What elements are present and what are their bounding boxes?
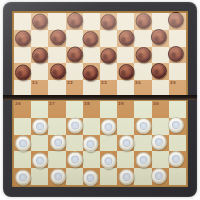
- white-man-piece[interactable]: [168, 151, 184, 167]
- square-3[interactable]: [100, 13, 117, 30]
- square-28[interactable]: 28: [83, 101, 100, 118]
- white-man-piece[interactable]: [83, 136, 99, 152]
- square-light: [48, 13, 65, 30]
- square-17[interactable]: [48, 63, 65, 80]
- square-light: [14, 47, 31, 64]
- dark-man-piece[interactable]: [100, 48, 116, 64]
- square-number-label: 25: [170, 80, 176, 85]
- square-44[interactable]: [134, 151, 151, 168]
- dark-man-piece[interactable]: [15, 31, 31, 47]
- square-light: [117, 13, 134, 30]
- dark-man-piece[interactable]: [118, 64, 134, 80]
- white-man-piece[interactable]: [100, 153, 116, 169]
- dark-man-piece[interactable]: [168, 12, 184, 28]
- white-man-piece[interactable]: [67, 118, 83, 134]
- square-light: [100, 168, 117, 185]
- square-light: [66, 168, 83, 185]
- white-man-piece[interactable]: [118, 135, 134, 151]
- white-man-piece[interactable]: [32, 119, 48, 135]
- square-45[interactable]: [169, 151, 186, 168]
- square-light: [48, 118, 65, 135]
- white-man-piece[interactable]: [50, 168, 66, 184]
- square-number-label: 26: [15, 101, 21, 106]
- dark-man-piece[interactable]: [32, 14, 48, 30]
- square-42[interactable]: [66, 151, 83, 168]
- square-47[interactable]: [48, 168, 65, 185]
- square-43[interactable]: [100, 151, 117, 168]
- white-man-piece[interactable]: [15, 135, 31, 151]
- square-light: [31, 30, 48, 47]
- square-light: [152, 47, 169, 64]
- square-light: [134, 101, 151, 118]
- white-man-piece[interactable]: [100, 119, 116, 135]
- dark-man-piece[interactable]: [83, 31, 99, 47]
- square-light: [134, 168, 151, 185]
- square-36[interactable]: [14, 135, 31, 152]
- square-30[interactable]: 30: [152, 101, 169, 118]
- square-light: [66, 135, 83, 152]
- square-light: [117, 118, 134, 135]
- square-15[interactable]: [169, 47, 186, 64]
- square-light: [83, 118, 100, 135]
- white-man-piece[interactable]: [15, 169, 31, 185]
- square-light: [117, 47, 134, 64]
- square-7[interactable]: [48, 30, 65, 47]
- square-50[interactable]: [152, 168, 169, 185]
- square-light: [14, 118, 31, 135]
- square-4[interactable]: [134, 13, 151, 30]
- square-number-label: 22: [67, 80, 73, 85]
- square-light: [14, 151, 31, 168]
- square-light: [100, 30, 117, 47]
- square-light: [66, 63, 83, 80]
- dark-man-piece[interactable]: [67, 46, 83, 62]
- square-light: [31, 101, 48, 118]
- dark-man-piece[interactable]: [168, 46, 184, 62]
- fold-hinge-icon: [3, 95, 197, 100]
- square-31[interactable]: [31, 118, 48, 135]
- square-1[interactable]: [31, 13, 48, 30]
- white-man-piece[interactable]: [151, 134, 167, 150]
- square-9[interactable]: [117, 30, 134, 47]
- square-26[interactable]: 26: [14, 101, 31, 118]
- board-bottom-half: 2627282930: [14, 101, 186, 185]
- dark-man-piece[interactable]: [136, 13, 152, 29]
- square-light: [83, 151, 100, 168]
- white-man-piece[interactable]: [67, 151, 83, 167]
- board-photo: 2122232425 2627282930: [0, 0, 200, 200]
- square-37[interactable]: [48, 135, 65, 152]
- white-man-piece[interactable]: [151, 168, 167, 184]
- square-38[interactable]: [83, 135, 100, 152]
- square-light: [152, 151, 169, 168]
- square-6[interactable]: [14, 30, 31, 47]
- square-light: [100, 101, 117, 118]
- square-light: [134, 30, 151, 47]
- square-14[interactable]: [134, 47, 151, 64]
- square-light: [83, 47, 100, 64]
- white-man-piece[interactable]: [83, 170, 99, 186]
- dark-man-piece[interactable]: [151, 29, 167, 45]
- square-light: [100, 135, 117, 152]
- dark-man-piece[interactable]: [100, 14, 116, 30]
- square-8[interactable]: [83, 30, 100, 47]
- white-man-piece[interactable]: [168, 117, 184, 133]
- square-27[interactable]: 27: [48, 101, 65, 118]
- dark-man-piece[interactable]: [50, 63, 66, 79]
- square-29[interactable]: 29: [117, 101, 134, 118]
- square-light: [134, 63, 151, 80]
- square-12[interactable]: [66, 47, 83, 64]
- square-light: [117, 151, 134, 168]
- square-light: [83, 13, 100, 30]
- square-number-label: 30: [153, 101, 159, 106]
- square-40[interactable]: [152, 135, 169, 152]
- square-46[interactable]: [14, 168, 31, 185]
- square-2[interactable]: [66, 13, 83, 30]
- square-19[interactable]: [117, 63, 134, 80]
- square-33[interactable]: [100, 118, 117, 135]
- square-light: [14, 13, 31, 30]
- square-number-label: 28: [84, 101, 90, 106]
- white-man-piece[interactable]: [136, 152, 152, 168]
- square-number-label: 29: [118, 101, 124, 106]
- dark-man-piece[interactable]: [151, 63, 167, 79]
- square-18[interactable]: [83, 63, 100, 80]
- square-16[interactable]: [14, 63, 31, 80]
- dark-man-piece[interactable]: [83, 65, 99, 81]
- square-light: [66, 101, 83, 118]
- square-number-label: 21: [32, 80, 38, 85]
- white-man-piece[interactable]: [50, 134, 66, 150]
- square-light: [169, 135, 186, 152]
- square-light: [100, 63, 117, 80]
- square-39[interactable]: [117, 135, 134, 152]
- white-man-piece[interactable]: [136, 118, 152, 134]
- square-5[interactable]: [169, 13, 186, 30]
- square-48[interactable]: [83, 168, 100, 185]
- square-10[interactable]: [152, 30, 169, 47]
- white-man-piece[interactable]: [118, 169, 134, 185]
- board-top-half: 2122232425: [14, 13, 186, 97]
- board-frame: 2122232425 2627282930: [3, 2, 197, 197]
- square-light: [169, 63, 186, 80]
- square-41[interactable]: [31, 151, 48, 168]
- square-13[interactable]: [100, 47, 117, 64]
- square-number-label: 27: [49, 101, 55, 106]
- square-light: [169, 30, 186, 47]
- square-20[interactable]: [152, 63, 169, 80]
- square-light: [48, 47, 65, 64]
- dark-man-piece[interactable]: [67, 13, 83, 29]
- dark-man-piece[interactable]: [50, 30, 66, 46]
- dark-man-piece[interactable]: [32, 47, 48, 63]
- dark-man-piece[interactable]: [118, 30, 134, 46]
- square-49[interactable]: [117, 168, 134, 185]
- square-light: [31, 135, 48, 152]
- square-light: [152, 13, 169, 30]
- square-11[interactable]: [31, 47, 48, 64]
- square-light: [152, 118, 169, 135]
- square-32[interactable]: [66, 118, 83, 135]
- square-light: [31, 168, 48, 185]
- square-light: [31, 63, 48, 80]
- dark-man-piece[interactable]: [136, 47, 152, 63]
- square-number-label: 24: [135, 80, 141, 85]
- square-light: [48, 151, 65, 168]
- square-light: [66, 30, 83, 47]
- square-light: [134, 135, 151, 152]
- square-light: [169, 168, 186, 185]
- square-light: [169, 101, 186, 118]
- square-35[interactable]: [169, 118, 186, 135]
- square-34[interactable]: [134, 118, 151, 135]
- dark-man-piece[interactable]: [15, 64, 31, 80]
- square-number-label: 23: [101, 80, 107, 85]
- white-man-piece[interactable]: [32, 152, 48, 168]
